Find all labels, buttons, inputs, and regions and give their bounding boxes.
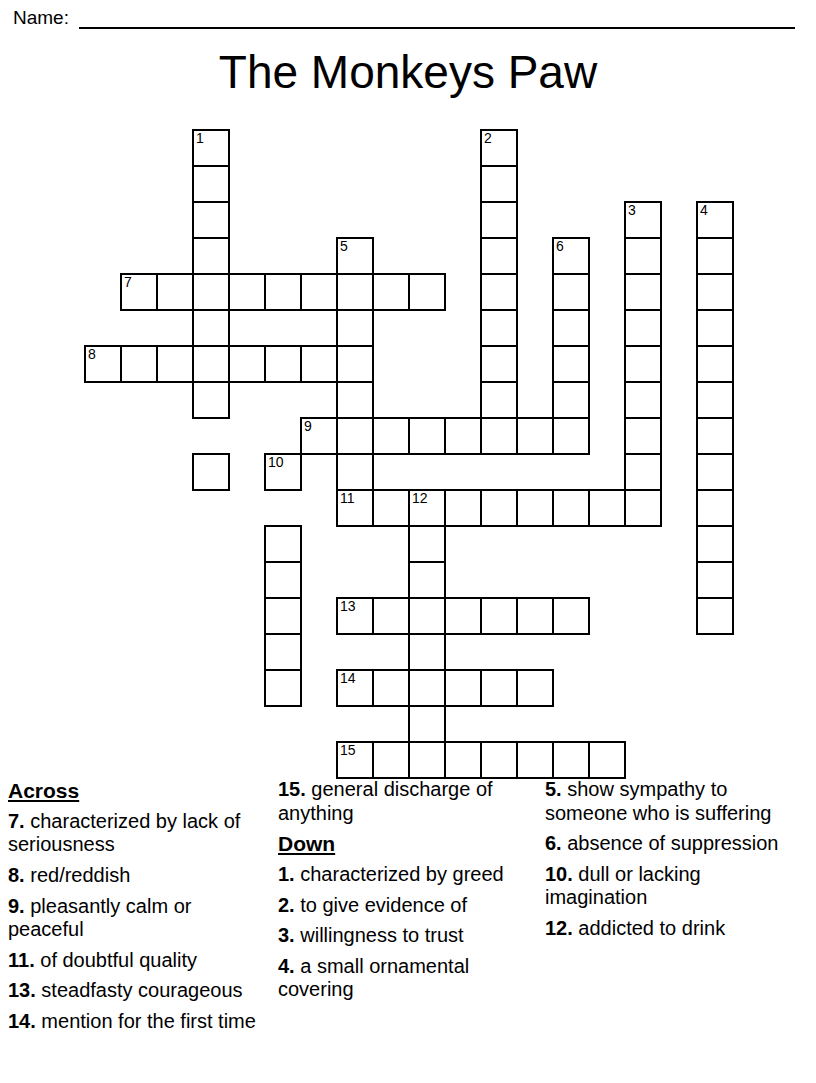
clue-item: 10. dull or lacking imagination xyxy=(545,863,801,910)
clue-item: 4. a small ornamental covering xyxy=(278,955,518,1002)
name-label: Name: xyxy=(13,7,69,29)
grid-cell[interactable] xyxy=(192,381,230,419)
page-title: The Monkeys Paw xyxy=(0,47,816,98)
grid-cell[interactable] xyxy=(372,273,410,311)
grid-cell[interactable]: 14 xyxy=(336,669,374,707)
cell-number: 10 xyxy=(268,455,284,470)
clue-item-number: 5. xyxy=(545,778,562,800)
cell-number: 4 xyxy=(700,203,708,218)
clue-item: 7. characterized by lack of seriousness xyxy=(8,810,256,857)
grid-cell[interactable] xyxy=(156,273,194,311)
grid-cell[interactable] xyxy=(192,309,230,347)
grid-cell[interactable] xyxy=(480,237,518,275)
clue-item-number: 2. xyxy=(278,894,295,916)
clue-item: 1. characterized by greed xyxy=(278,863,518,887)
grid-cell[interactable] xyxy=(516,741,554,779)
grid-cell[interactable] xyxy=(408,669,446,707)
grid-cell[interactable] xyxy=(192,273,230,311)
grid-cell[interactable] xyxy=(336,309,374,347)
clue-item-number: 15. xyxy=(278,778,306,800)
grid-cell[interactable]: 6 xyxy=(552,237,590,275)
grid-cell[interactable] xyxy=(192,453,230,491)
grid-cell[interactable] xyxy=(336,453,374,491)
grid-cell[interactable] xyxy=(552,345,590,383)
grid-cell[interactable]: 1 xyxy=(192,129,230,167)
clue-item-number: 3. xyxy=(278,924,295,946)
clue-section-header: Down xyxy=(278,832,518,857)
grid-cell[interactable] xyxy=(228,345,266,383)
clue-item-number: 1. xyxy=(278,863,295,885)
grid-cell[interactable] xyxy=(156,345,194,383)
grid-cell[interactable] xyxy=(696,453,734,491)
grid-cell[interactable] xyxy=(264,633,302,671)
grid-cell[interactable] xyxy=(444,597,482,635)
clue-item: 12. addicted to drink xyxy=(545,917,801,941)
grid-cell[interactable] xyxy=(480,741,518,779)
grid-cell[interactable] xyxy=(444,741,482,779)
grid-cell[interactable] xyxy=(480,669,518,707)
grid-cell[interactable] xyxy=(696,309,734,347)
grid-cell[interactable] xyxy=(264,597,302,635)
grid-cell[interactable] xyxy=(624,237,662,275)
grid-cell[interactable] xyxy=(480,597,518,635)
grid-cell[interactable] xyxy=(480,417,518,455)
grid-cell[interactable] xyxy=(480,381,518,419)
grid-cell[interactable] xyxy=(408,273,446,311)
grid-cell[interactable]: 12 xyxy=(408,489,446,527)
clue-column: 15. general discharge of anythingDown1. … xyxy=(278,778,518,1009)
cell-number: 13 xyxy=(340,599,356,614)
grid-cell[interactable] xyxy=(552,309,590,347)
grid-cell[interactable]: 3 xyxy=(624,201,662,239)
grid-cell[interactable] xyxy=(336,273,374,311)
grid-cell[interactable] xyxy=(408,705,446,743)
grid-cell[interactable]: 15 xyxy=(336,741,374,779)
clue-item-number: 6. xyxy=(545,832,562,854)
cell-number: 6 xyxy=(556,239,564,254)
grid-cell[interactable] xyxy=(480,489,518,527)
grid-cell[interactable] xyxy=(588,489,626,527)
grid-cell[interactable] xyxy=(264,669,302,707)
grid-cell[interactable] xyxy=(336,381,374,419)
grid-cell[interactable]: 5 xyxy=(336,237,374,275)
grid-cell[interactable] xyxy=(624,309,662,347)
cell-number: 3 xyxy=(628,203,636,218)
grid-cell[interactable] xyxy=(552,489,590,527)
clue-item: 11. of doubtful quality xyxy=(8,949,256,973)
grid-cell[interactable] xyxy=(516,597,554,635)
grid-cell[interactable] xyxy=(696,381,734,419)
grid-cell[interactable] xyxy=(696,237,734,275)
grid-cell[interactable] xyxy=(408,417,446,455)
grid-cell[interactable] xyxy=(516,417,554,455)
cell-number: 14 xyxy=(340,671,356,686)
clue-item-number: 13. xyxy=(8,979,36,1001)
grid-cell[interactable]: 7 xyxy=(120,273,158,311)
clue-item: 3. willingness to trust xyxy=(278,924,518,948)
cell-number: 7 xyxy=(124,275,132,290)
grid-cell[interactable] xyxy=(480,345,518,383)
cell-number: 15 xyxy=(340,743,356,758)
grid-cell[interactable] xyxy=(300,345,338,383)
grid-cell[interactable] xyxy=(624,453,662,491)
cell-number: 2 xyxy=(484,131,492,146)
grid-cell[interactable] xyxy=(588,741,626,779)
name-input-line xyxy=(79,6,795,29)
grid-cell[interactable] xyxy=(696,273,734,311)
grid-cell[interactable] xyxy=(696,561,734,599)
crossword-grid: 123456789101112131415 xyxy=(84,129,734,779)
grid-cell[interactable] xyxy=(696,345,734,383)
clue-item-number: 11. xyxy=(8,949,35,971)
grid-cell[interactable] xyxy=(444,669,482,707)
grid-cell[interactable] xyxy=(408,597,446,635)
grid-cell[interactable]: 13 xyxy=(336,597,374,635)
clue-item: 2. to give evidence of xyxy=(278,894,518,918)
grid-cell[interactable] xyxy=(192,165,230,203)
grid-cell[interactable] xyxy=(480,165,518,203)
grid-cell[interactable] xyxy=(624,417,662,455)
clue-item: 6. absence of suppression xyxy=(545,832,801,856)
clue-item-number: 4. xyxy=(278,955,295,977)
grid-cell[interactable] xyxy=(372,417,410,455)
grid-cell[interactable] xyxy=(444,417,482,455)
grid-cell[interactable] xyxy=(552,273,590,311)
grid-cell[interactable] xyxy=(228,273,266,311)
grid-cell[interactable] xyxy=(624,345,662,383)
grid-cell[interactable] xyxy=(408,741,446,779)
grid-cell[interactable] xyxy=(624,273,662,311)
cell-number: 8 xyxy=(88,347,96,362)
grid-cell[interactable] xyxy=(336,345,374,383)
grid-cell[interactable] xyxy=(264,525,302,563)
grid-cell[interactable] xyxy=(552,381,590,419)
grid-cell[interactable] xyxy=(516,489,554,527)
grid-cell[interactable] xyxy=(696,597,734,635)
grid-cell[interactable] xyxy=(192,201,230,239)
clue-item-number: 8. xyxy=(8,864,25,886)
grid-cell[interactable] xyxy=(624,381,662,419)
grid-cell[interactable] xyxy=(192,237,230,275)
grid-cell[interactable]: 10 xyxy=(264,453,302,491)
clue-item: 14. mention for the first time xyxy=(8,1010,256,1034)
grid-cell[interactable] xyxy=(372,669,410,707)
grid-cell[interactable] xyxy=(624,489,662,527)
grid-cell[interactable] xyxy=(552,417,590,455)
clue-item: 13. steadfasty courageous xyxy=(8,979,256,1003)
grid-cell[interactable]: 11 xyxy=(336,489,374,527)
name-field-row: Name: xyxy=(13,6,795,29)
grid-cell[interactable] xyxy=(408,561,446,599)
grid-cell[interactable] xyxy=(516,669,554,707)
grid-cell[interactable]: 2 xyxy=(480,129,518,167)
grid-cell[interactable]: 8 xyxy=(84,345,122,383)
grid-cell[interactable] xyxy=(480,201,518,239)
grid-cell[interactable] xyxy=(372,597,410,635)
grid-cell[interactable] xyxy=(264,273,302,311)
clue-column: 5. show sympathy to someone who is suffe… xyxy=(545,778,801,948)
cell-number: 12 xyxy=(412,491,428,506)
grid-cell[interactable] xyxy=(336,417,374,455)
clue-item: 8. red/reddish xyxy=(8,864,256,888)
grid-cell[interactable] xyxy=(480,309,518,347)
cell-number: 11 xyxy=(340,491,355,506)
grid-cell[interactable] xyxy=(696,417,734,455)
grid-cell[interactable] xyxy=(552,741,590,779)
grid-cell[interactable] xyxy=(192,345,230,383)
grid-cell[interactable] xyxy=(300,273,338,311)
cell-number: 5 xyxy=(340,239,348,254)
grid-cell[interactable] xyxy=(372,741,410,779)
clue-item-number: 7. xyxy=(8,810,25,832)
grid-cell[interactable] xyxy=(444,489,482,527)
cell-number: 9 xyxy=(304,419,312,434)
grid-cell[interactable] xyxy=(696,489,734,527)
clue-item: 5. show sympathy to someone who is suffe… xyxy=(545,778,801,825)
grid-cell[interactable] xyxy=(372,489,410,527)
grid-cell[interactable] xyxy=(480,273,518,311)
grid-cell[interactable] xyxy=(408,633,446,671)
grid-cell[interactable] xyxy=(120,345,158,383)
cell-number: 1 xyxy=(196,131,204,146)
clue-item: 9. pleasantly calm or peaceful xyxy=(8,895,256,942)
grid-cell[interactable] xyxy=(552,597,590,635)
grid-cell[interactable] xyxy=(408,525,446,563)
clue-section-header: Across xyxy=(8,779,256,804)
clue-item-number: 9. xyxy=(8,895,25,917)
grid-cell[interactable]: 9 xyxy=(300,417,338,455)
clue-item: 15. general discharge of anything xyxy=(278,778,518,825)
grid-cell[interactable] xyxy=(264,561,302,599)
clue-item-number: 10. xyxy=(545,863,573,885)
grid-cell[interactable] xyxy=(696,525,734,563)
grid-cell[interactable]: 4 xyxy=(696,201,734,239)
clue-column: Across7. characterized by lack of seriou… xyxy=(8,778,256,1041)
grid-cell[interactable] xyxy=(264,345,302,383)
clue-item-number: 14. xyxy=(8,1010,36,1032)
clue-item-number: 12. xyxy=(545,917,573,939)
